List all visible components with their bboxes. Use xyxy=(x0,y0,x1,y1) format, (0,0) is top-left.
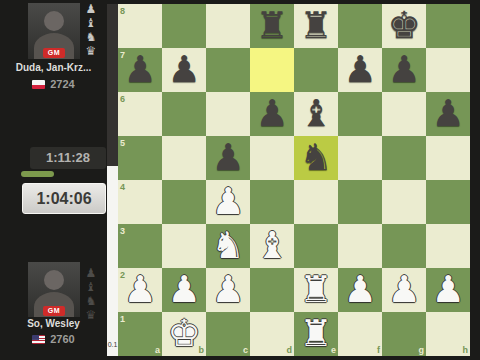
piece-white-pawn[interactable]: ♟ xyxy=(162,268,206,312)
square-g3[interactable] xyxy=(382,224,426,268)
square-e2[interactable]: ♜ xyxy=(294,268,338,312)
square-g2[interactable]: ♟ xyxy=(382,268,426,312)
piece-black-rook[interactable]: ♜ xyxy=(250,4,294,48)
captured-pieces-top: ♟♝♞♛ xyxy=(84,2,98,58)
piece-white-pawn[interactable]: ♟ xyxy=(338,268,382,312)
square-c7[interactable] xyxy=(206,48,250,92)
player-rating-bottom: 2760 xyxy=(50,333,74,345)
piece-black-rook[interactable]: ♜ xyxy=(294,4,338,48)
square-c5[interactable]: ♟ xyxy=(206,136,250,180)
rank-label-4: 4 xyxy=(120,182,125,192)
square-g4[interactable] xyxy=(382,180,426,224)
clock-top: 1:11:28 xyxy=(30,147,106,169)
square-b4[interactable] xyxy=(162,180,206,224)
captured-black-pawn-icon: ♟ xyxy=(84,266,98,280)
eval-value: 0.1 xyxy=(107,341,118,348)
rank-label-6: 6 xyxy=(120,94,125,104)
square-h2[interactable]: ♟ xyxy=(426,268,470,312)
turn-indicator xyxy=(21,171,54,177)
rank-label-1: 1 xyxy=(120,314,125,324)
square-b1[interactable]: b♚ xyxy=(162,312,206,356)
piece-white-pawn[interactable]: ♟ xyxy=(382,268,426,312)
square-a7[interactable]: 7♟ xyxy=(118,48,162,92)
captured-white-knight-icon: ♞ xyxy=(84,30,98,44)
square-f5[interactable] xyxy=(338,136,382,180)
file-label-h: h xyxy=(463,345,469,355)
player-name-top: Duda, Jan-Krz... xyxy=(0,62,107,73)
piece-black-pawn[interactable]: ♟ xyxy=(426,92,470,136)
square-a2[interactable]: 2♟ xyxy=(118,268,162,312)
player-rating-row-bottom: 2760 xyxy=(0,333,107,345)
square-b2[interactable]: ♟ xyxy=(162,268,206,312)
square-e3[interactable] xyxy=(294,224,338,268)
piece-black-pawn[interactable]: ♟ xyxy=(162,48,206,92)
piece-white-pawn[interactable]: ♟ xyxy=(206,180,250,224)
player-rating-row-top: 2724 xyxy=(0,78,107,90)
square-a1[interactable]: 1a xyxy=(118,312,162,356)
square-a8[interactable]: 8 xyxy=(118,4,162,48)
player-name-bottom: So, Wesley xyxy=(0,318,107,329)
piece-white-pawn[interactable]: ♟ xyxy=(426,268,470,312)
square-a4[interactable]: 4 xyxy=(118,180,162,224)
square-h6[interactable]: ♟ xyxy=(426,92,470,136)
avatar-silhouette xyxy=(44,270,64,290)
square-e1[interactable]: e♜ xyxy=(294,312,338,356)
square-h3[interactable] xyxy=(426,224,470,268)
square-f8[interactable] xyxy=(338,4,382,48)
file-label-g: g xyxy=(419,345,425,355)
file-label-f: f xyxy=(377,345,380,355)
sidebar: GM ♟♝♞♛ Duda, Jan-Krz... 2724 1:11:28 1:… xyxy=(0,0,107,360)
broadcast-window: GM ♟♝♞♛ Duda, Jan-Krz... 2724 1:11:28 1:… xyxy=(0,0,480,360)
square-b6[interactable] xyxy=(162,92,206,136)
piece-white-knight[interactable]: ♞ xyxy=(206,224,250,268)
piece-white-pawn[interactable]: ♟ xyxy=(118,268,162,312)
captured-black-bishop-icon: ♝ xyxy=(84,280,98,294)
piece-black-knight[interactable]: ♞ xyxy=(294,136,338,180)
rank-label-8: 8 xyxy=(120,6,125,16)
square-a6[interactable]: 6 xyxy=(118,92,162,136)
square-a3[interactable]: 3 xyxy=(118,224,162,268)
square-b7[interactable]: ♟ xyxy=(162,48,206,92)
square-d3[interactable]: ♝ xyxy=(250,224,294,268)
square-h4[interactable] xyxy=(426,180,470,224)
player-photo-top: GM xyxy=(28,3,80,59)
square-g8[interactable]: ♚ xyxy=(382,4,426,48)
eval-bar: 0.1 xyxy=(107,4,118,356)
square-a5[interactable]: 5 xyxy=(118,136,162,180)
square-c4[interactable]: ♟ xyxy=(206,180,250,224)
captured-white-bishop-icon: ♝ xyxy=(84,16,98,30)
square-f1[interactable]: f xyxy=(338,312,382,356)
square-e5[interactable]: ♞ xyxy=(294,136,338,180)
piece-black-pawn[interactable]: ♟ xyxy=(382,48,426,92)
captured-black-knight-icon: ♞ xyxy=(84,294,98,308)
chess-board[interactable]: 8♜♜♚7♟♟♟♟6♟♝♟5♟♞4♟3♞♝2♟♟♟♜♟♟♟1ab♚cde♜fgh xyxy=(118,4,470,356)
captured-pieces-bottom: ♟♝♞♛ xyxy=(84,266,98,322)
square-c2[interactable]: ♟ xyxy=(206,268,250,312)
square-f6[interactable] xyxy=(338,92,382,136)
square-f7[interactable]: ♟ xyxy=(338,48,382,92)
square-b8[interactable] xyxy=(162,4,206,48)
piece-white-king[interactable]: ♚ xyxy=(162,312,206,356)
piece-black-king[interactable]: ♚ xyxy=(382,4,426,48)
gm-title-badge-bottom: GM xyxy=(43,306,65,316)
file-label-d: d xyxy=(287,345,293,355)
square-e7[interactable] xyxy=(294,48,338,92)
square-h5[interactable] xyxy=(426,136,470,180)
piece-white-rook[interactable]: ♜ xyxy=(294,268,338,312)
piece-white-bishop[interactable]: ♝ xyxy=(250,224,294,268)
gm-title-badge-top: GM xyxy=(43,48,65,58)
piece-black-pawn[interactable]: ♟ xyxy=(338,48,382,92)
square-f2[interactable]: ♟ xyxy=(338,268,382,312)
rank-label-3: 3 xyxy=(120,226,125,236)
square-e4[interactable] xyxy=(294,180,338,224)
square-h7[interactable] xyxy=(426,48,470,92)
file-label-c: c xyxy=(243,345,248,355)
square-d7[interactable] xyxy=(250,48,294,92)
piece-black-pawn[interactable]: ♟ xyxy=(250,92,294,136)
square-d4[interactable] xyxy=(250,180,294,224)
eval-bar-white-portion xyxy=(107,166,118,356)
square-b5[interactable] xyxy=(162,136,206,180)
square-g7[interactable]: ♟ xyxy=(382,48,426,92)
square-c8[interactable] xyxy=(206,4,250,48)
square-h8[interactable] xyxy=(426,4,470,48)
player-photo-bottom: GM xyxy=(28,262,80,317)
square-g1[interactable]: g xyxy=(382,312,426,356)
square-d5[interactable] xyxy=(250,136,294,180)
square-c6[interactable] xyxy=(206,92,250,136)
square-g6[interactable] xyxy=(382,92,426,136)
captured-white-queen-icon: ♛ xyxy=(84,44,98,58)
square-g5[interactable] xyxy=(382,136,426,180)
player-rating-top: 2724 xyxy=(50,78,74,90)
square-c3[interactable]: ♞ xyxy=(206,224,250,268)
usa-flag-icon xyxy=(32,335,45,344)
square-d8[interactable]: ♜ xyxy=(250,4,294,48)
poland-flag-icon xyxy=(32,80,45,89)
piece-white-rook[interactable]: ♜ xyxy=(294,312,338,356)
captured-white-pawn-icon: ♟ xyxy=(84,2,98,16)
square-d6[interactable]: ♟ xyxy=(250,92,294,136)
square-f4[interactable] xyxy=(338,180,382,224)
piece-white-pawn[interactable]: ♟ xyxy=(206,268,250,312)
rank-label-5: 5 xyxy=(120,138,125,148)
square-c1[interactable]: c xyxy=(206,312,250,356)
file-label-a: a xyxy=(155,345,160,355)
square-h1[interactable]: h xyxy=(426,312,470,356)
square-f3[interactable] xyxy=(338,224,382,268)
clock-bottom: 1:04:06 xyxy=(22,183,106,214)
avatar-silhouette xyxy=(44,11,64,31)
square-e8[interactable]: ♜ xyxy=(294,4,338,48)
piece-black-pawn[interactable]: ♟ xyxy=(118,48,162,92)
square-b3[interactable] xyxy=(162,224,206,268)
square-e6[interactable]: ♝ xyxy=(294,92,338,136)
piece-black-pawn[interactable]: ♟ xyxy=(206,136,250,180)
square-d2[interactable] xyxy=(250,268,294,312)
square-d1[interactable]: d xyxy=(250,312,294,356)
piece-black-bishop[interactable]: ♝ xyxy=(294,92,338,136)
